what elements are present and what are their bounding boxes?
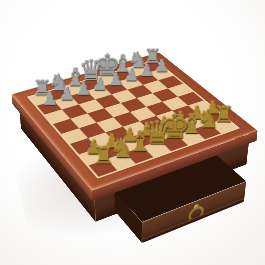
square-b5: [70, 113, 96, 128]
piece-white-rook: ♜: [78, 143, 127, 167]
square-d5: [104, 103, 130, 117]
square-a7: ♟: [37, 101, 62, 115]
piece-black-pawn: ♟: [28, 90, 72, 108]
chess-set-photo: ♜♞♝♛♚♝♞♜♟♟♟♟♟♟♟♟♟♟♟♟♟♟♟♟♜♞♝♛♚♝♞♜: [0, 0, 265, 265]
square-a1: ♜: [89, 159, 118, 177]
